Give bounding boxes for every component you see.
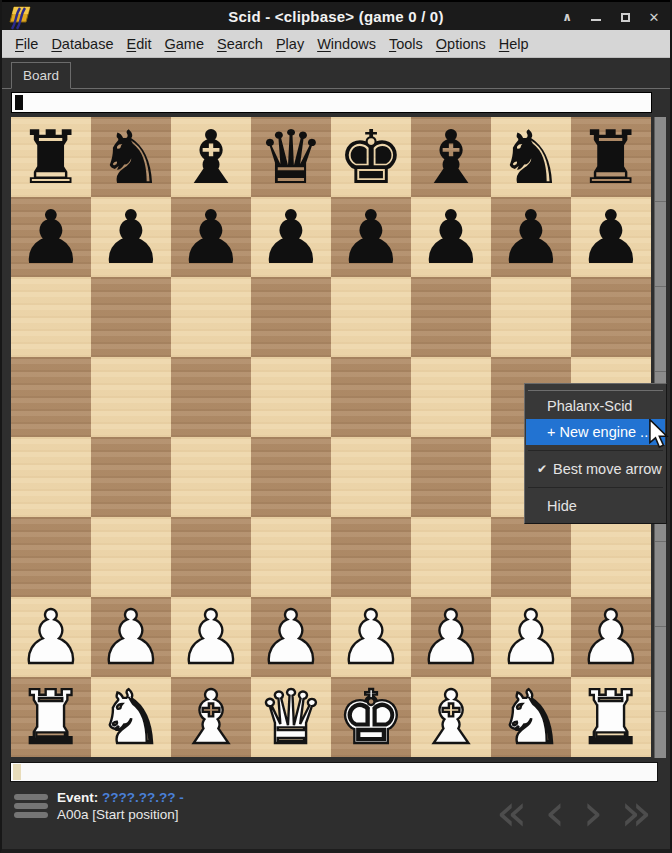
black-pawn-icon: ♟ xyxy=(98,197,164,277)
square-c8[interactable]: ♝ xyxy=(171,117,251,197)
square-c6[interactable] xyxy=(171,277,251,357)
black-knight-icon: ♞ xyxy=(498,117,564,197)
white-bishop-icon: ♝ xyxy=(178,677,244,757)
square-h8[interactable]: ♜ xyxy=(571,117,651,197)
square-g6[interactable] xyxy=(491,277,571,357)
square-d1[interactable]: ♛ xyxy=(251,677,331,757)
white-knight-icon: ♞ xyxy=(98,677,164,757)
square-c4[interactable] xyxy=(171,437,251,517)
square-b4[interactable] xyxy=(91,437,171,517)
square-f4[interactable] xyxy=(411,437,491,517)
white-pawn-icon: ♟ xyxy=(18,597,84,677)
square-f2[interactable]: ♟ xyxy=(411,597,491,677)
square-g1[interactable]: ♞ xyxy=(491,677,571,757)
nav-move-forward-button[interactable]: › xyxy=(582,787,603,845)
square-f7[interactable]: ♟ xyxy=(411,197,491,277)
square-a4[interactable] xyxy=(11,437,91,517)
game-progress-bar[interactable] xyxy=(10,762,658,782)
square-f6[interactable] xyxy=(411,277,491,357)
square-d3[interactable] xyxy=(251,517,331,597)
square-f8[interactable]: ♝ xyxy=(411,117,491,197)
menu-file[interactable]: File xyxy=(9,32,44,56)
game-info-text[interactable]: Event: ????.??.?? - A00a [Start position… xyxy=(57,789,184,823)
eco-line: A00a [Start position] xyxy=(57,806,184,823)
ctx-item-best-move-arrow[interactable]: ✔Best move arrow xyxy=(526,456,665,482)
white-pawn-icon: ♟ xyxy=(578,597,644,677)
square-f3[interactable] xyxy=(411,517,491,597)
nav-game-start-button[interactable]: « xyxy=(496,787,528,845)
white-rook-icon: ♜ xyxy=(578,677,644,757)
check-icon: ✔ xyxy=(537,456,547,482)
menu-search[interactable]: Search xyxy=(211,32,269,56)
white-pawn-icon: ♟ xyxy=(178,597,244,677)
square-d5[interactable] xyxy=(251,357,331,437)
menu-game[interactable]: Game xyxy=(158,32,210,56)
square-h2[interactable]: ♟ xyxy=(571,597,651,677)
scid-window: Scid - <clipbase> (game 0 / 0) ∧ ✕ FileD… xyxy=(0,0,672,853)
white-bishop-icon: ♝ xyxy=(418,677,484,757)
black-bishop-icon: ♝ xyxy=(178,117,244,197)
white-rook-icon: ♜ xyxy=(18,677,84,757)
square-d7[interactable]: ♟ xyxy=(251,197,331,277)
menu-help[interactable]: Help xyxy=(493,32,535,56)
square-e3[interactable] xyxy=(331,517,411,597)
square-b2[interactable]: ♟ xyxy=(91,597,171,677)
square-a3[interactable] xyxy=(11,517,91,597)
ctx-item-phalanx-scid[interactable]: Phalanx-Scid xyxy=(526,393,665,419)
black-pawn-icon: ♟ xyxy=(418,197,484,277)
menu-options[interactable]: Options xyxy=(430,32,492,56)
menu-tearoff-line[interactable] xyxy=(528,390,663,391)
black-pawn-icon: ♟ xyxy=(578,197,644,277)
square-c7[interactable]: ♟ xyxy=(171,197,251,277)
square-a1[interactable]: ♜ xyxy=(11,677,91,757)
square-c2[interactable]: ♟ xyxy=(171,597,251,677)
square-a6[interactable] xyxy=(11,277,91,357)
menu-edit[interactable]: Edit xyxy=(120,32,157,56)
square-b5[interactable] xyxy=(91,357,171,437)
black-pawn-icon: ♟ xyxy=(498,197,564,277)
tab-board[interactable]: Board xyxy=(11,62,71,89)
black-pawn-icon: ♟ xyxy=(178,197,244,277)
square-g8[interactable]: ♞ xyxy=(491,117,571,197)
black-pawn-icon: ♟ xyxy=(18,197,84,277)
black-rook-icon: ♜ xyxy=(18,117,84,197)
square-d8[interactable]: ♛ xyxy=(251,117,331,197)
ctx-item-hide[interactable]: Hide xyxy=(526,493,665,519)
square-b8[interactable]: ♞ xyxy=(91,117,171,197)
square-h1[interactable]: ♜ xyxy=(571,677,651,757)
white-queen-icon: ♛ xyxy=(258,677,324,757)
titlebar[interactable]: Scid - <clipbase> (game 0 / 0) ∧ ✕ xyxy=(0,0,672,30)
square-a5[interactable] xyxy=(11,357,91,437)
square-b1[interactable]: ♞ xyxy=(91,677,171,757)
square-e8[interactable]: ♚ xyxy=(331,117,411,197)
white-pawn-icon: ♟ xyxy=(418,597,484,677)
mouse-cursor-icon xyxy=(648,419,669,449)
square-b7[interactable]: ♟ xyxy=(91,197,171,277)
square-f5[interactable] xyxy=(411,357,491,437)
black-rook-icon: ♜ xyxy=(578,117,644,197)
square-c5[interactable] xyxy=(171,357,251,437)
square-a7[interactable]: ♟ xyxy=(11,197,91,277)
square-e5[interactable] xyxy=(331,357,411,437)
maximize-button[interactable] xyxy=(617,9,633,25)
menu-windows[interactable]: Windows xyxy=(311,32,382,56)
event-line: Event: ????.??.?? - xyxy=(57,789,184,806)
ctx-item-new-engine[interactable]: + New engine ... xyxy=(526,419,665,445)
square-g2[interactable]: ♟ xyxy=(491,597,571,677)
black-pawn-icon: ♟ xyxy=(338,197,404,277)
menu-hamburger-icon[interactable] xyxy=(14,794,48,821)
scid-app-icon xyxy=(8,5,32,30)
white-pawn-icon: ♟ xyxy=(258,597,324,677)
black-queen-icon: ♛ xyxy=(258,117,324,197)
square-g3[interactable] xyxy=(491,517,571,597)
nav-game-end-button[interactable]: » xyxy=(620,787,652,845)
square-c1[interactable]: ♝ xyxy=(171,677,251,757)
square-e4[interactable] xyxy=(331,437,411,517)
shade-button[interactable]: ∧ xyxy=(559,9,575,25)
menu-database[interactable]: Database xyxy=(45,32,119,56)
square-a2[interactable]: ♟ xyxy=(11,597,91,677)
square-b6[interactable] xyxy=(91,277,171,357)
menubar: FileDatabaseEditGameSearchPlayWindowsToo… xyxy=(0,30,672,58)
black-knight-icon: ♞ xyxy=(98,117,164,197)
square-e2[interactable]: ♟ xyxy=(331,597,411,677)
event-value: ????.??.?? - xyxy=(102,790,184,805)
black-pawn-icon: ♟ xyxy=(258,197,324,277)
square-a8[interactable]: ♜ xyxy=(11,117,91,197)
minimize-button[interactable] xyxy=(588,9,604,25)
square-d2[interactable]: ♟ xyxy=(251,597,331,677)
square-f1[interactable]: ♝ xyxy=(411,677,491,757)
white-king-icon: ♚ xyxy=(338,677,404,757)
square-g7[interactable]: ♟ xyxy=(491,197,571,277)
white-pawn-icon: ♟ xyxy=(98,597,164,677)
black-king-icon: ♚ xyxy=(338,117,404,197)
square-e1[interactable]: ♚ xyxy=(331,677,411,757)
square-e7[interactable]: ♟ xyxy=(331,197,411,277)
progress-marker xyxy=(13,764,21,780)
menu-play[interactable]: Play xyxy=(270,32,310,56)
menu-separator xyxy=(528,450,663,451)
move-nav-buttons: «‹›» xyxy=(496,783,652,849)
square-d4[interactable] xyxy=(251,437,331,517)
black-bishop-icon: ♝ xyxy=(418,117,484,197)
statusbar: Event: ????.??.?? - A00a [Start position… xyxy=(2,783,670,849)
square-h7[interactable]: ♟ xyxy=(571,197,651,277)
square-h3[interactable] xyxy=(571,517,651,597)
square-h6[interactable] xyxy=(571,277,651,357)
nav-move-back-button[interactable]: ‹ xyxy=(545,787,566,845)
white-pawn-icon: ♟ xyxy=(338,597,404,677)
tab-row: Board xyxy=(2,58,670,89)
move-entry-field[interactable] xyxy=(11,92,652,113)
engine-context-menu: Phalanx-Scid+ New engine ...✔Best move a… xyxy=(524,383,667,524)
text-caret xyxy=(15,95,23,110)
square-e6[interactable] xyxy=(331,277,411,357)
close-button[interactable]: ✕ xyxy=(646,9,662,25)
white-pawn-icon: ♟ xyxy=(498,597,564,677)
white-knight-icon: ♞ xyxy=(498,677,564,757)
menu-separator xyxy=(528,487,663,488)
square-d6[interactable] xyxy=(251,277,331,357)
menu-tools[interactable]: Tools xyxy=(383,32,429,56)
square-c3[interactable] xyxy=(171,517,251,597)
square-b3[interactable] xyxy=(91,517,171,597)
event-label: Event: xyxy=(57,790,98,805)
